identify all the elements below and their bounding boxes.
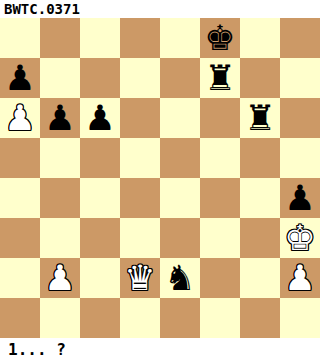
- square-a3[interactable]: [0, 218, 40, 258]
- square-b8[interactable]: [40, 18, 80, 58]
- square-c2[interactable]: [80, 258, 120, 298]
- white-queen-d2: ♛: [120, 258, 160, 298]
- square-d4[interactable]: [120, 178, 160, 218]
- square-a1[interactable]: [0, 298, 40, 338]
- square-a8[interactable]: [0, 18, 40, 58]
- black-rook-f7: ♜: [200, 58, 240, 98]
- square-e2[interactable]: ♞: [160, 258, 200, 298]
- square-e7[interactable]: [160, 58, 200, 98]
- square-h2[interactable]: ♟︎: [280, 258, 320, 298]
- square-b4[interactable]: [40, 178, 80, 218]
- square-f2[interactable]: [200, 258, 240, 298]
- square-a4[interactable]: [0, 178, 40, 218]
- square-f6[interactable]: [200, 98, 240, 138]
- white-king-h3: ♚: [280, 218, 320, 258]
- square-g3[interactable]: [240, 218, 280, 258]
- square-c8[interactable]: [80, 18, 120, 58]
- white-pawn-a6: ♟︎: [0, 98, 40, 138]
- square-f7[interactable]: ♜: [200, 58, 240, 98]
- square-b7[interactable]: [40, 58, 80, 98]
- square-h8[interactable]: [280, 18, 320, 58]
- square-d3[interactable]: [120, 218, 160, 258]
- black-pawn-a7: ♟︎: [0, 58, 40, 98]
- square-a7[interactable]: ♟︎: [0, 58, 40, 98]
- black-pawn-b6: ♟︎: [40, 98, 80, 138]
- square-b6[interactable]: ♟︎: [40, 98, 80, 138]
- square-c4[interactable]: [80, 178, 120, 218]
- white-pawn-b2: ♟︎: [40, 258, 80, 298]
- black-rook-g6: ♜: [240, 98, 280, 138]
- square-c3[interactable]: [80, 218, 120, 258]
- square-d5[interactable]: [120, 138, 160, 178]
- square-e6[interactable]: [160, 98, 200, 138]
- square-d1[interactable]: [120, 298, 160, 338]
- square-d8[interactable]: [120, 18, 160, 58]
- square-g5[interactable]: [240, 138, 280, 178]
- square-b2[interactable]: ♟︎: [40, 258, 80, 298]
- black-pawn-c6: ♟︎: [80, 98, 120, 138]
- square-h4[interactable]: ♟︎: [280, 178, 320, 218]
- square-e1[interactable]: [160, 298, 200, 338]
- square-a5[interactable]: [0, 138, 40, 178]
- square-c1[interactable]: [80, 298, 120, 338]
- square-g2[interactable]: [240, 258, 280, 298]
- square-f8[interactable]: ♚: [200, 18, 240, 58]
- square-e4[interactable]: [160, 178, 200, 218]
- square-h7[interactable]: [280, 58, 320, 98]
- square-h5[interactable]: [280, 138, 320, 178]
- square-a2[interactable]: [0, 258, 40, 298]
- square-b3[interactable]: [40, 218, 80, 258]
- square-h1[interactable]: [280, 298, 320, 338]
- square-d2[interactable]: ♛: [120, 258, 160, 298]
- square-e3[interactable]: [160, 218, 200, 258]
- square-f4[interactable]: [200, 178, 240, 218]
- square-c5[interactable]: [80, 138, 120, 178]
- square-c6[interactable]: ♟︎: [80, 98, 120, 138]
- square-e5[interactable]: [160, 138, 200, 178]
- black-king-f8: ♚: [200, 18, 240, 58]
- black-pawn-h4: ♟︎: [280, 178, 320, 218]
- chess-board: ♚♟︎♜♟︎♟︎♟︎♜♟︎♚♟︎♛♞♟︎: [0, 18, 320, 338]
- white-pawn-h2: ♟︎: [280, 258, 320, 298]
- puzzle-id: BWTC.0371: [0, 0, 320, 18]
- square-g4[interactable]: [240, 178, 280, 218]
- square-g8[interactable]: [240, 18, 280, 58]
- square-g6[interactable]: ♜: [240, 98, 280, 138]
- square-d7[interactable]: [120, 58, 160, 98]
- puzzle-frame: BWTC.0371 ♚♟︎♜♟︎♟︎♟︎♜♟︎♚♟︎♛♞♟︎ 1... ?: [0, 0, 320, 360]
- square-h6[interactable]: [280, 98, 320, 138]
- square-b1[interactable]: [40, 298, 80, 338]
- square-f5[interactable]: [200, 138, 240, 178]
- square-g7[interactable]: [240, 58, 280, 98]
- square-e8[interactable]: [160, 18, 200, 58]
- black-knight-e2: ♞: [160, 258, 200, 298]
- square-f3[interactable]: [200, 218, 240, 258]
- square-b5[interactable]: [40, 138, 80, 178]
- square-d6[interactable]: [120, 98, 160, 138]
- square-h3[interactable]: ♚: [280, 218, 320, 258]
- square-a6[interactable]: ♟︎: [0, 98, 40, 138]
- move-prompt: 1... ?: [0, 338, 320, 360]
- square-c7[interactable]: [80, 58, 120, 98]
- square-g1[interactable]: [240, 298, 280, 338]
- square-f1[interactable]: [200, 298, 240, 338]
